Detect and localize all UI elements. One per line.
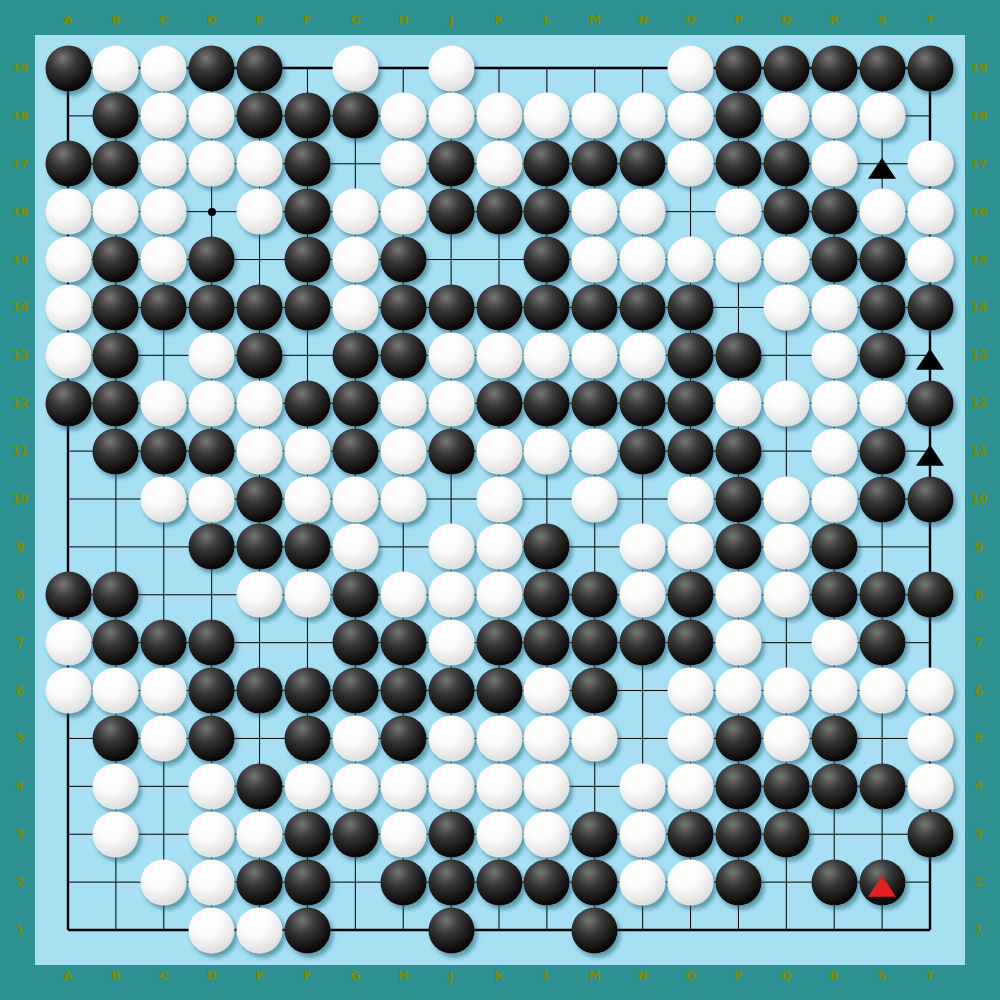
white-stone-q18[interactable]: [763, 92, 810, 139]
black-stone-c7[interactable]: [140, 619, 187, 666]
black-stone-q4[interactable]: [763, 763, 810, 810]
black-stone-p5[interactable]: [715, 715, 762, 762]
empty-point-h19[interactable]: [380, 45, 427, 92]
white-stone-c15[interactable]: [140, 236, 187, 283]
black-stone-s15[interactable]: [859, 236, 906, 283]
white-stone-t15[interactable]: [907, 236, 954, 283]
black-stone-n11[interactable]: [619, 428, 666, 475]
black-stone-k2[interactable]: [476, 859, 523, 906]
white-stone-n8[interactable]: [619, 571, 666, 618]
white-stone-m11[interactable]: [571, 428, 618, 475]
black-stone-s14[interactable]: [859, 284, 906, 331]
black-stone-r5[interactable]: [811, 715, 858, 762]
empty-point-d8[interactable]: [188, 571, 235, 618]
black-stone-m6[interactable]: [571, 667, 618, 714]
white-stone-k17[interactable]: [476, 140, 523, 187]
empty-point-s3[interactable]: [859, 811, 906, 858]
empty-point-l10[interactable]: [523, 476, 570, 523]
black-stone-d11[interactable]: [188, 428, 235, 475]
empty-point-g1[interactable]: [332, 907, 379, 954]
empty-point-g2[interactable]: [332, 859, 379, 906]
black-stone-j16[interactable]: [428, 188, 475, 235]
white-stone-a6[interactable]: [45, 667, 92, 714]
empty-point-q11[interactable]: [763, 428, 810, 475]
white-stone-s12[interactable]: [859, 380, 906, 427]
white-stone-n2[interactable]: [619, 859, 666, 906]
white-stone-n18[interactable]: [619, 92, 666, 139]
black-stone-h7[interactable]: [380, 619, 427, 666]
black-stone-a8[interactable]: [45, 571, 92, 618]
black-stone-k14[interactable]: [476, 284, 523, 331]
white-stone-l4[interactable]: [523, 763, 570, 810]
white-stone-m18[interactable]: [571, 92, 618, 139]
black-stone-l2[interactable]: [523, 859, 570, 906]
white-stone-h4[interactable]: [380, 763, 427, 810]
black-stone-l15[interactable]: [523, 236, 570, 283]
white-stone-j8[interactable]: [428, 571, 475, 618]
white-stone-q10[interactable]: [763, 476, 810, 523]
white-stone-h8[interactable]: [380, 571, 427, 618]
white-stone-d12[interactable]: [188, 380, 235, 427]
empty-point-c13[interactable]: [140, 332, 187, 379]
white-stone-c5[interactable]: [140, 715, 187, 762]
white-stone-r14[interactable]: [811, 284, 858, 331]
white-stone-k13[interactable]: [476, 332, 523, 379]
white-stone-e1[interactable]: [236, 907, 283, 954]
empty-point-c4[interactable]: [140, 763, 187, 810]
white-stone-p12[interactable]: [715, 380, 762, 427]
black-stone-f12[interactable]: [284, 380, 331, 427]
white-stone-e8[interactable]: [236, 571, 283, 618]
white-stone-b16[interactable]: [92, 188, 139, 235]
empty-point-m19[interactable]: [571, 45, 618, 92]
white-stone-l5[interactable]: [523, 715, 570, 762]
white-stone-s16[interactable]: [859, 188, 906, 235]
white-stone-m15[interactable]: [571, 236, 618, 283]
white-stone-r10[interactable]: [811, 476, 858, 523]
white-stone-g5[interactable]: [332, 715, 379, 762]
black-stone-g11[interactable]: [332, 428, 379, 475]
white-stone-l6[interactable]: [523, 667, 570, 714]
black-stone-j11[interactable]: [428, 428, 475, 475]
black-stone-p19[interactable]: [715, 45, 762, 92]
white-stone-g10[interactable]: [332, 476, 379, 523]
empty-point-l1[interactable]: [523, 907, 570, 954]
black-stone-m3[interactable]: [571, 811, 618, 858]
black-stone-g8[interactable]: [332, 571, 379, 618]
black-stone-b11[interactable]: [92, 428, 139, 475]
white-stone-l18[interactable]: [523, 92, 570, 139]
white-stone-p6[interactable]: [715, 667, 762, 714]
white-stone-j13[interactable]: [428, 332, 475, 379]
empty-point-a9[interactable]: [45, 523, 92, 570]
black-stone-s4[interactable]: [859, 763, 906, 810]
empty-point-c1[interactable]: [140, 907, 187, 954]
black-stone-p4[interactable]: [715, 763, 762, 810]
black-stone-k6[interactable]: [476, 667, 523, 714]
black-stone-l8[interactable]: [523, 571, 570, 618]
black-stone-j2[interactable]: [428, 859, 475, 906]
empty-point-a1[interactable]: [45, 907, 92, 954]
empty-point-a4[interactable]: [45, 763, 92, 810]
white-stone-r11[interactable]: [811, 428, 858, 475]
white-stone-t4[interactable]: [907, 763, 954, 810]
white-stone-b4[interactable]: [92, 763, 139, 810]
white-stone-p15[interactable]: [715, 236, 762, 283]
black-stone-j17[interactable]: [428, 140, 475, 187]
white-stone-e12[interactable]: [236, 380, 283, 427]
empty-point-j10[interactable]: [428, 476, 475, 523]
black-stone-j3[interactable]: [428, 811, 475, 858]
white-stone-j4[interactable]: [428, 763, 475, 810]
white-stone-t17[interactable]: [907, 140, 954, 187]
black-stone-q19[interactable]: [763, 45, 810, 92]
black-stone-b7[interactable]: [92, 619, 139, 666]
black-stone-e18[interactable]: [236, 92, 283, 139]
black-stone-e14[interactable]: [236, 284, 283, 331]
black-stone-l17[interactable]: [523, 140, 570, 187]
white-stone-c18[interactable]: [140, 92, 187, 139]
black-stone-j1[interactable]: [428, 907, 475, 954]
white-stone-a15[interactable]: [45, 236, 92, 283]
empty-point-n5[interactable]: [619, 715, 666, 762]
black-stone-d7[interactable]: [188, 619, 235, 666]
black-stone-e6[interactable]: [236, 667, 283, 714]
black-stone-b5[interactable]: [92, 715, 139, 762]
empty-point-q7[interactable]: [763, 619, 810, 666]
black-stone-b14[interactable]: [92, 284, 139, 331]
black-stone-m2[interactable]: [571, 859, 618, 906]
white-stone-b19[interactable]: [92, 45, 139, 92]
black-stone-k12[interactable]: [476, 380, 523, 427]
white-stone-m13[interactable]: [571, 332, 618, 379]
black-stone-p11[interactable]: [715, 428, 762, 475]
black-stone-h5[interactable]: [380, 715, 427, 762]
black-stone-l12[interactable]: [523, 380, 570, 427]
black-stone-m12[interactable]: [571, 380, 618, 427]
black-stone-d9[interactable]: [188, 523, 235, 570]
empty-point-a5[interactable]: [45, 715, 92, 762]
white-stone-d3[interactable]: [188, 811, 235, 858]
white-stone-m10[interactable]: [571, 476, 618, 523]
black-stone-a17[interactable]: [45, 140, 92, 187]
black-stone-s11[interactable]: [859, 428, 906, 475]
empty-point-a10[interactable]: [45, 476, 92, 523]
white-stone-a14[interactable]: [45, 284, 92, 331]
white-stone-f11[interactable]: [284, 428, 331, 475]
empty-point-h1[interactable]: [380, 907, 427, 954]
white-stone-c10[interactable]: [140, 476, 187, 523]
black-stone-t14[interactable]: [907, 284, 954, 331]
white-stone-q5[interactable]: [763, 715, 810, 762]
black-stone-r19[interactable]: [811, 45, 858, 92]
white-stone-k9[interactable]: [476, 523, 523, 570]
black-stone-m8[interactable]: [571, 571, 618, 618]
black-stone-l16[interactable]: [523, 188, 570, 235]
black-stone-f6[interactable]: [284, 667, 331, 714]
white-stone-q8[interactable]: [763, 571, 810, 618]
empty-point-c8[interactable]: [140, 571, 187, 618]
empty-point-f13[interactable]: [284, 332, 331, 379]
black-stone-h2[interactable]: [380, 859, 427, 906]
empty-point-c3[interactable]: [140, 811, 187, 858]
black-stone-m17[interactable]: [571, 140, 618, 187]
white-stone-m16[interactable]: [571, 188, 618, 235]
black-stone-h13[interactable]: [380, 332, 427, 379]
white-stone-o19[interactable]: [667, 45, 714, 92]
black-stone-f15[interactable]: [284, 236, 331, 283]
white-stone-l11[interactable]: [523, 428, 570, 475]
white-stone-q15[interactable]: [763, 236, 810, 283]
white-stone-f4[interactable]: [284, 763, 331, 810]
white-stone-m5[interactable]: [571, 715, 618, 762]
white-stone-a7[interactable]: [45, 619, 92, 666]
black-stone-t10[interactable]: [907, 476, 954, 523]
black-stone-j6[interactable]: [428, 667, 475, 714]
white-stone-r6[interactable]: [811, 667, 858, 714]
empty-point-s9[interactable]: [859, 523, 906, 570]
black-stone-p10[interactable]: [715, 476, 762, 523]
empty-point-a3[interactable]: [45, 811, 92, 858]
white-stone-h18[interactable]: [380, 92, 427, 139]
white-stone-g9[interactable]: [332, 523, 379, 570]
white-stone-g4[interactable]: [332, 763, 379, 810]
black-stone-o8[interactable]: [667, 571, 714, 618]
white-stone-c2[interactable]: [140, 859, 187, 906]
white-stone-c6[interactable]: [140, 667, 187, 714]
white-stone-f10[interactable]: [284, 476, 331, 523]
black-stone-b18[interactable]: [92, 92, 139, 139]
black-stone-c14[interactable]: [140, 284, 187, 331]
black-stone-m1[interactable]: [571, 907, 618, 954]
black-stone-j14[interactable]: [428, 284, 475, 331]
white-stone-k10[interactable]: [476, 476, 523, 523]
black-stone-p17[interactable]: [715, 140, 762, 187]
empty-point-b1[interactable]: [92, 907, 139, 954]
white-stone-l13[interactable]: [523, 332, 570, 379]
white-stone-n9[interactable]: [619, 523, 666, 570]
black-stone-o7[interactable]: [667, 619, 714, 666]
black-stone-d6[interactable]: [188, 667, 235, 714]
white-stone-k18[interactable]: [476, 92, 523, 139]
empty-point-m9[interactable]: [571, 523, 618, 570]
white-stone-h16[interactable]: [380, 188, 427, 235]
empty-point-d16[interactable]: [188, 188, 235, 235]
black-stone-b8[interactable]: [92, 571, 139, 618]
empty-point-b10[interactable]: [92, 476, 139, 523]
black-stone-t19[interactable]: [907, 45, 954, 92]
black-stone-e19[interactable]: [236, 45, 283, 92]
black-stone-s13[interactable]: [859, 332, 906, 379]
black-stone-r4[interactable]: [811, 763, 858, 810]
empty-point-k1[interactable]: [476, 907, 523, 954]
empty-point-o16[interactable]: [667, 188, 714, 235]
white-stone-n16[interactable]: [619, 188, 666, 235]
white-stone-j7[interactable]: [428, 619, 475, 666]
white-stone-d18[interactable]: [188, 92, 235, 139]
white-stone-n13[interactable]: [619, 332, 666, 379]
white-stone-r7[interactable]: [811, 619, 858, 666]
black-stone-h6[interactable]: [380, 667, 427, 714]
white-stone-j12[interactable]: [428, 380, 475, 427]
white-stone-j9[interactable]: [428, 523, 475, 570]
white-stone-r17[interactable]: [811, 140, 858, 187]
white-stone-q9[interactable]: [763, 523, 810, 570]
black-stone-r9[interactable]: [811, 523, 858, 570]
white-stone-j18[interactable]: [428, 92, 475, 139]
black-stone-q17[interactable]: [763, 140, 810, 187]
white-stone-q12[interactable]: [763, 380, 810, 427]
white-stone-p16[interactable]: [715, 188, 762, 235]
white-stone-h11[interactable]: [380, 428, 427, 475]
white-stone-h12[interactable]: [380, 380, 427, 427]
empty-point-k15[interactable]: [476, 236, 523, 283]
white-stone-r12[interactable]: [811, 380, 858, 427]
empty-point-b9[interactable]: [92, 523, 139, 570]
white-stone-q14[interactable]: [763, 284, 810, 331]
black-stone-g7[interactable]: [332, 619, 379, 666]
white-stone-c16[interactable]: [140, 188, 187, 235]
empty-point-e7[interactable]: [236, 619, 283, 666]
white-stone-o2[interactable]: [667, 859, 714, 906]
white-stone-o15[interactable]: [667, 236, 714, 283]
black-stone-g13[interactable]: [332, 332, 379, 379]
white-stone-r13[interactable]: [811, 332, 858, 379]
white-stone-p8[interactable]: [715, 571, 762, 618]
white-stone-k5[interactable]: [476, 715, 523, 762]
black-stone-n12[interactable]: [619, 380, 666, 427]
white-stone-q6[interactable]: [763, 667, 810, 714]
black-stone-s8[interactable]: [859, 571, 906, 618]
empty-point-g17[interactable]: [332, 140, 379, 187]
black-stone-m7[interactable]: [571, 619, 618, 666]
white-stone-c17[interactable]: [140, 140, 187, 187]
empty-point-q2[interactable]: [763, 859, 810, 906]
black-stone-b12[interactable]: [92, 380, 139, 427]
black-stone-f17[interactable]: [284, 140, 331, 187]
empty-point-n1[interactable]: [619, 907, 666, 954]
black-stone-f5[interactable]: [284, 715, 331, 762]
white-stone-g14[interactable]: [332, 284, 379, 331]
empty-point-a2[interactable]: [45, 859, 92, 906]
white-stone-n4[interactable]: [619, 763, 666, 810]
black-stone-o3[interactable]: [667, 811, 714, 858]
white-stone-o6[interactable]: [667, 667, 714, 714]
black-stone-d19[interactable]: [188, 45, 235, 92]
black-stone-g12[interactable]: [332, 380, 379, 427]
white-stone-s18[interactable]: [859, 92, 906, 139]
empty-point-c9[interactable]: [140, 523, 187, 570]
black-stone-e2[interactable]: [236, 859, 283, 906]
empty-point-p1[interactable]: [715, 907, 762, 954]
empty-point-t2[interactable]: [907, 859, 954, 906]
white-stone-g15[interactable]: [332, 236, 379, 283]
black-stone-f16[interactable]: [284, 188, 331, 235]
empty-point-t9[interactable]: [907, 523, 954, 570]
empty-point-l19[interactable]: [523, 45, 570, 92]
white-stone-o18[interactable]: [667, 92, 714, 139]
black-stone-b17[interactable]: [92, 140, 139, 187]
white-stone-b6[interactable]: [92, 667, 139, 714]
empty-point-a11[interactable]: [45, 428, 92, 475]
white-stone-l3[interactable]: [523, 811, 570, 858]
empty-point-n10[interactable]: [619, 476, 666, 523]
black-stone-e10[interactable]: [236, 476, 283, 523]
black-stone-q16[interactable]: [763, 188, 810, 235]
black-stone-o11[interactable]: [667, 428, 714, 475]
empty-point-n6[interactable]: [619, 667, 666, 714]
white-stone-e16[interactable]: [236, 188, 283, 235]
black-stone-p13[interactable]: [715, 332, 762, 379]
white-stone-d17[interactable]: [188, 140, 235, 187]
empty-point-q1[interactable]: [763, 907, 810, 954]
empty-point-t18[interactable]: [907, 92, 954, 139]
white-stone-k4[interactable]: [476, 763, 523, 810]
black-stone-a19[interactable]: [45, 45, 92, 92]
white-stone-k8[interactable]: [476, 571, 523, 618]
black-stone-h15[interactable]: [380, 236, 427, 283]
white-stone-c19[interactable]: [140, 45, 187, 92]
empty-point-r1[interactable]: [811, 907, 858, 954]
white-stone-b3[interactable]: [92, 811, 139, 858]
white-stone-o10[interactable]: [667, 476, 714, 523]
empty-point-e15[interactable]: [236, 236, 283, 283]
empty-point-o1[interactable]: [667, 907, 714, 954]
white-stone-k3[interactable]: [476, 811, 523, 858]
white-stone-e17[interactable]: [236, 140, 283, 187]
white-stone-j5[interactable]: [428, 715, 475, 762]
black-stone-s10[interactable]: [859, 476, 906, 523]
empty-point-p14[interactable]: [715, 284, 762, 331]
empty-point-f7[interactable]: [284, 619, 331, 666]
black-stone-g18[interactable]: [332, 92, 379, 139]
white-stone-h17[interactable]: [380, 140, 427, 187]
white-stone-d13[interactable]: [188, 332, 235, 379]
black-stone-b13[interactable]: [92, 332, 139, 379]
black-stone-q3[interactable]: [763, 811, 810, 858]
black-stone-g3[interactable]: [332, 811, 379, 858]
white-stone-e11[interactable]: [236, 428, 283, 475]
white-stone-d4[interactable]: [188, 763, 235, 810]
black-stone-t3[interactable]: [907, 811, 954, 858]
empty-point-b2[interactable]: [92, 859, 139, 906]
white-stone-o9[interactable]: [667, 523, 714, 570]
white-stone-d10[interactable]: [188, 476, 235, 523]
empty-point-r3[interactable]: [811, 811, 858, 858]
white-stone-k11[interactable]: [476, 428, 523, 475]
white-stone-t6[interactable]: [907, 667, 954, 714]
black-stone-l14[interactable]: [523, 284, 570, 331]
black-stone-c11[interactable]: [140, 428, 187, 475]
black-stone-r16[interactable]: [811, 188, 858, 235]
black-stone-s19[interactable]: [859, 45, 906, 92]
black-stone-k7[interactable]: [476, 619, 523, 666]
black-stone-t12[interactable]: [907, 380, 954, 427]
black-stone-p3[interactable]: [715, 811, 762, 858]
empty-point-q13[interactable]: [763, 332, 810, 379]
white-stone-e3[interactable]: [236, 811, 283, 858]
black-stone-a12[interactable]: [45, 380, 92, 427]
white-stone-r18[interactable]: [811, 92, 858, 139]
black-stone-n17[interactable]: [619, 140, 666, 187]
white-stone-f8[interactable]: [284, 571, 331, 618]
white-stone-t5[interactable]: [907, 715, 954, 762]
black-stone-f18[interactable]: [284, 92, 331, 139]
black-stone-o14[interactable]: [667, 284, 714, 331]
white-stone-p7[interactable]: [715, 619, 762, 666]
black-stone-g6[interactable]: [332, 667, 379, 714]
empty-point-k19[interactable]: [476, 45, 523, 92]
